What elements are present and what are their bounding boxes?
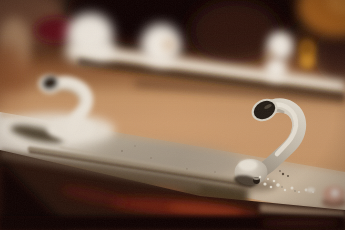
photo-canvas [0, 0, 345, 230]
film-grain [0, 0, 345, 230]
photo-coat-rack: Close-up photo of a wooden coat rack rai… [0, 0, 345, 230]
